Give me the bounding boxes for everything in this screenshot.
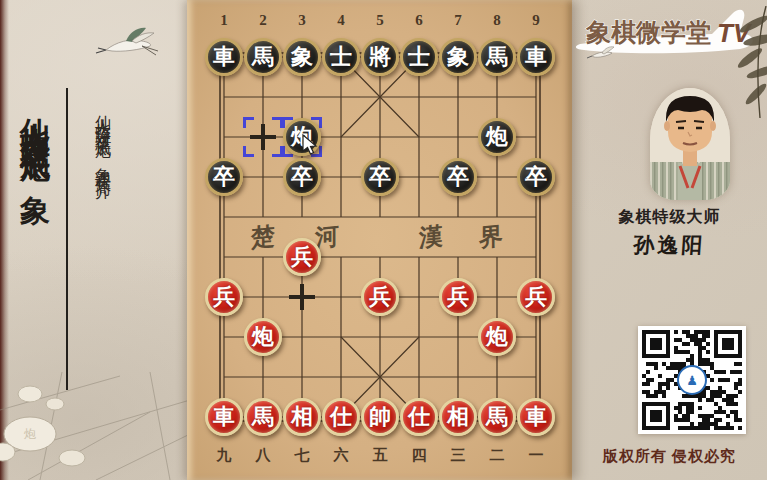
piece-black-象[interactable]: 象 [283, 38, 321, 76]
file-label-top: 4 [329, 12, 353, 29]
move-origin-cross [287, 282, 317, 312]
piece-black-象[interactable]: 象 [439, 38, 477, 76]
title-divider [66, 88, 68, 390]
logo-text: 象棋微学堂 [585, 19, 711, 46]
piece-red-兵[interactable]: 兵 [439, 278, 477, 316]
file-label-top: 8 [485, 12, 509, 29]
piece-red-炮[interactable]: 炮 [478, 318, 516, 356]
video-frame: 炮 仙人指路对卒底炮3象 仙人指路对卒底炮3象课程简介 123456789 [0, 0, 767, 480]
move-highlight-brackets [243, 117, 283, 157]
piece-black-卒[interactable]: 卒 [361, 158, 399, 196]
piece-red-兵[interactable]: 兵 [205, 278, 243, 316]
mouse-cursor-icon [300, 134, 320, 156]
river-char: 界 [479, 220, 503, 255]
file-label-bottom: 二 [485, 446, 509, 465]
file-label-top: 3 [290, 12, 314, 29]
file-label-top: 1 [212, 12, 236, 29]
file-label-bottom: 六 [329, 446, 353, 465]
piece-black-士[interactable]: 士 [400, 38, 438, 76]
crane-icon [92, 20, 164, 62]
piece-red-仕[interactable]: 仕 [322, 398, 360, 436]
piece-red-兵[interactable]: 兵 [517, 278, 555, 316]
master-title: 象棋特级大师 [572, 207, 767, 228]
stone-pieces-decoration: 炮 [0, 372, 190, 480]
file-label-bottom: 五 [368, 446, 392, 465]
qr-code: ♟ [638, 326, 746, 434]
file-label-bottom: 三 [446, 446, 470, 465]
qr-center-logo-icon: ♟ [677, 365, 707, 395]
piece-red-兵[interactable]: 兵 [361, 278, 399, 316]
piece-black-卒[interactable]: 卒 [205, 158, 243, 196]
right-panel: 象棋微学堂 TV [572, 0, 767, 480]
file-label-top: 6 [407, 12, 431, 29]
piece-black-馬[interactable]: 馬 [244, 38, 282, 76]
piece-black-士[interactable]: 士 [322, 38, 360, 76]
xiangqi-board[interactable]: 123456789 九八七六五四三二一 楚河漢界 車馬象士將士象馬車炮炮卒卒卒卒… [187, 0, 572, 480]
file-label-top: 7 [446, 12, 470, 29]
file-label-bottom: 四 [407, 446, 431, 465]
piece-black-卒[interactable]: 卒 [283, 158, 321, 196]
piece-black-卒[interactable]: 卒 [439, 158, 477, 196]
piece-red-相[interactable]: 相 [283, 398, 321, 436]
piece-black-卒[interactable]: 卒 [517, 158, 555, 196]
piece-red-炮[interactable]: 炮 [244, 318, 282, 356]
lesson-title: 仙人指路对卒底炮3象 [14, 94, 55, 177]
copyright-text: 版权所有 侵权必究 [572, 447, 767, 466]
piece-red-車[interactable]: 車 [205, 398, 243, 436]
piece-black-炮[interactable]: 炮 [478, 118, 516, 156]
piece-red-車[interactable]: 車 [517, 398, 555, 436]
svg-text:炮: 炮 [24, 427, 36, 441]
file-label-top: 5 [368, 12, 392, 29]
piece-red-相[interactable]: 相 [439, 398, 477, 436]
piece-red-兵[interactable]: 兵 [283, 238, 321, 276]
piece-red-帥[interactable]: 帥 [361, 398, 399, 436]
piece-red-馬[interactable]: 馬 [244, 398, 282, 436]
master-photo [650, 88, 730, 200]
left-edge-shadow [0, 0, 9, 480]
river-char: 漢 [419, 220, 443, 255]
lesson-subtitle: 仙人指路对卒底炮3象课程简介 [92, 102, 113, 175]
file-label-top: 2 [251, 12, 275, 29]
piece-red-仕[interactable]: 仕 [400, 398, 438, 436]
file-label-top: 9 [524, 12, 548, 29]
master-name: 孙逸阳 [571, 231, 767, 259]
channel-logo: 象棋微学堂 TV [574, 8, 766, 60]
logo-tv-text: TV [717, 18, 753, 48]
piece-black-車[interactable]: 車 [205, 38, 243, 76]
file-label-bottom: 一 [524, 446, 548, 465]
piece-black-將[interactable]: 將 [361, 38, 399, 76]
file-label-bottom: 九 [212, 446, 236, 465]
piece-black-車[interactable]: 車 [517, 38, 555, 76]
file-label-bottom: 八 [251, 446, 275, 465]
river-char: 楚 [251, 220, 275, 255]
file-label-bottom: 七 [290, 446, 314, 465]
piece-red-馬[interactable]: 馬 [478, 398, 516, 436]
piece-black-馬[interactable]: 馬 [478, 38, 516, 76]
